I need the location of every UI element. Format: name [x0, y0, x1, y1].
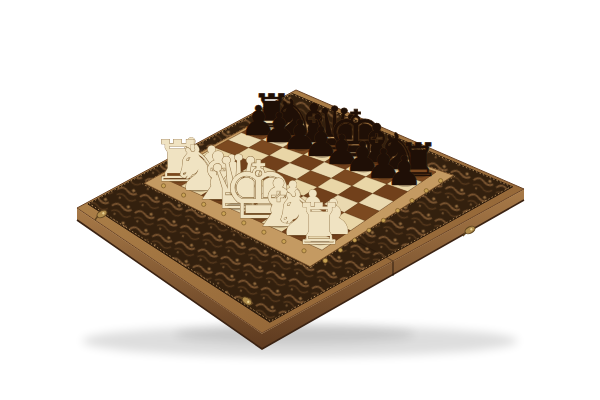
brass-stud: [381, 218, 385, 222]
brass-stud: [424, 189, 428, 193]
piece-glyph: ♟: [386, 147, 423, 195]
brass-stud: [323, 258, 328, 263]
carved-chess-set-photo: ♜♞♟♝♟♛♟♚♟♝♟♞♟♟♜♟♜♟♟♞♟♝♟♛♟♟♚♟♝♟♞♜: [0, 0, 600, 400]
piece-black-pawn-h7: ♟: [386, 147, 423, 195]
brass-stud: [410, 199, 414, 203]
brass-stud: [439, 179, 443, 183]
brass-stud: [396, 208, 400, 212]
piece-white-rook-h1: ♜: [293, 191, 344, 257]
piece-glyph: ♜: [293, 191, 344, 257]
product-photo-stage: ♜♞♟♝♟♛♟♚♟♝♟♞♟♟♜♟♜♟♟♞♟♝♟♛♟♟♚♟♝♟♞♜: [0, 0, 600, 400]
brass-stud: [367, 228, 371, 232]
